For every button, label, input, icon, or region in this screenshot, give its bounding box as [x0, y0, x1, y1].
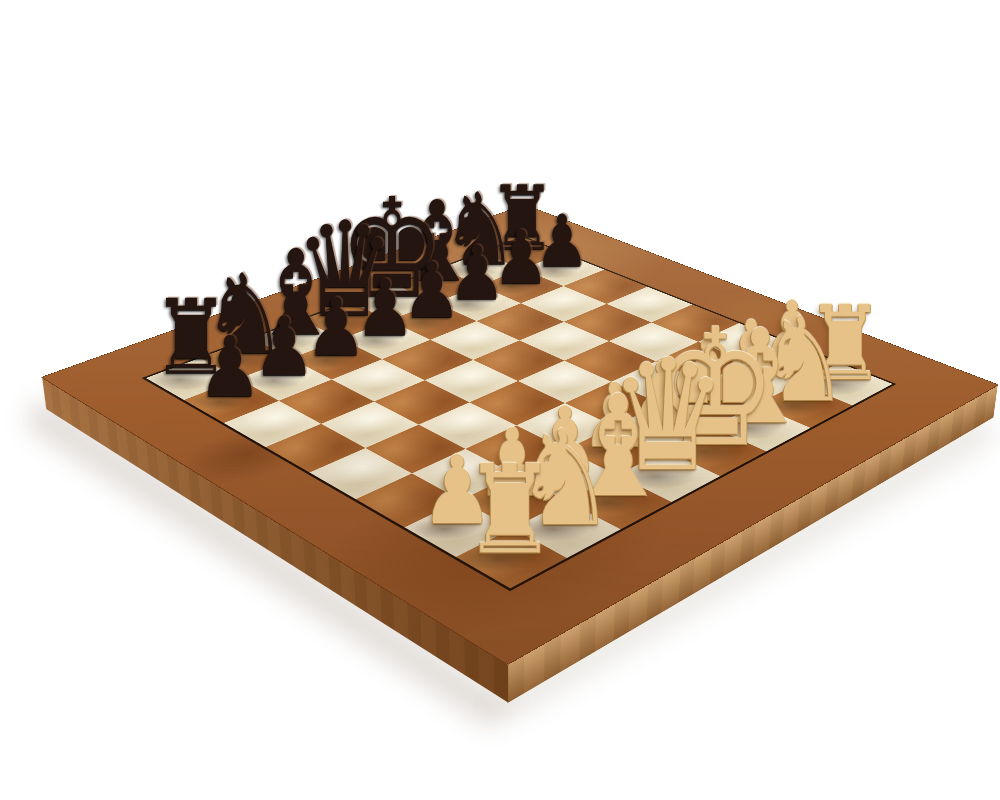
black-pawn-on-a7[interactable]: ♟ [198, 325, 263, 409]
product-photo-scene: ♜♞♟♝♟♚♟♛♟♝♟♞♟♟♜♟♟♜♟♟♞♟♝♟♚♟♛♟♝♟♞♜ [0, 0, 1000, 800]
white-rook-on-a1[interactable]: ♜ [463, 449, 557, 571]
